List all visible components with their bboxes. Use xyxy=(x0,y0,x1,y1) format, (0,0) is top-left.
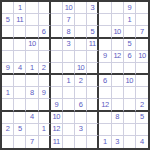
grid-cell-given: 1 xyxy=(99,136,111,148)
grid-cell-empty[interactable] xyxy=(2,136,14,148)
grid-cell-given: 10 xyxy=(63,2,75,14)
grid-cell-empty[interactable] xyxy=(75,87,87,99)
grid-cell-given: 1 xyxy=(124,14,136,26)
grid-cell-given: 3 xyxy=(63,39,75,51)
grid-cell-empty[interactable] xyxy=(87,75,99,87)
grid-cell-empty[interactable] xyxy=(124,112,136,124)
grid-cell-empty[interactable] xyxy=(124,99,136,111)
grid-cell-given: 1 xyxy=(14,2,26,14)
grid-cell-given: 2 xyxy=(2,124,14,136)
grid-cell-empty[interactable] xyxy=(2,99,14,111)
grid-cell-given: 10 xyxy=(112,26,124,38)
grid-cell-given: 10 xyxy=(75,63,87,75)
grid-cell-empty[interactable] xyxy=(112,75,124,87)
grid-cell-empty[interactable] xyxy=(51,26,63,38)
grid-cell-empty[interactable] xyxy=(87,63,99,75)
grid-cell-empty[interactable] xyxy=(26,2,38,14)
grid-cell-given: 7 xyxy=(63,14,75,26)
grid-cell-empty[interactable] xyxy=(124,124,136,136)
grid-cell-empty[interactable] xyxy=(75,39,87,51)
grid-cell-empty[interactable] xyxy=(136,124,148,136)
grid-cell-empty[interactable] xyxy=(2,51,14,63)
grid-cell-empty[interactable] xyxy=(136,63,148,75)
grid-cell-empty[interactable] xyxy=(75,112,87,124)
grid-cell-given: 2 xyxy=(39,63,51,75)
grid-cell-empty[interactable] xyxy=(39,136,51,148)
grid-cell-empty[interactable] xyxy=(14,87,26,99)
grid-cell-empty[interactable] xyxy=(112,124,124,136)
grid-cell-given: 1 xyxy=(2,87,14,99)
grid-cell-empty[interactable] xyxy=(39,75,51,87)
grid-cell-empty[interactable] xyxy=(51,14,63,26)
grid-cell-given: 8 xyxy=(112,112,124,124)
grid-cell-empty[interactable] xyxy=(39,112,51,124)
grid-cell-empty[interactable] xyxy=(63,124,75,136)
grid-cell-given: 9 xyxy=(51,99,63,111)
grid-cell-empty[interactable] xyxy=(2,112,14,124)
grid-cell-empty[interactable] xyxy=(124,26,136,38)
grid-cell-empty[interactable] xyxy=(75,51,87,63)
grid-cell-empty[interactable] xyxy=(39,39,51,51)
grid-cell-empty[interactable] xyxy=(63,112,75,124)
grid-cell-empty[interactable] xyxy=(136,39,148,51)
grid-cell-empty[interactable] xyxy=(2,26,14,38)
grid-cell-given: 4 xyxy=(26,112,38,124)
grid-cell-empty[interactable] xyxy=(63,63,75,75)
grid-cell-given: 8 xyxy=(63,26,75,38)
grid-cell-empty[interactable] xyxy=(14,112,26,124)
grid-cell-given: 11 xyxy=(51,136,63,148)
grid-cell-empty[interactable] xyxy=(39,51,51,63)
grid-cell-empty[interactable] xyxy=(99,2,111,14)
grid-cell-given: 5 xyxy=(136,112,148,124)
grid-cell-empty[interactable] xyxy=(51,51,63,63)
grid-cell-given: 1 xyxy=(63,75,75,87)
grid-cell-empty[interactable] xyxy=(63,99,75,111)
grid-cell-empty[interactable] xyxy=(26,26,38,38)
grid-cell-given: 5 xyxy=(87,26,99,38)
grid-cell-empty[interactable] xyxy=(51,39,63,51)
grid-cell-empty[interactable] xyxy=(26,14,38,26)
grid-cell-given: 9 xyxy=(2,63,14,75)
grid-cell-empty[interactable] xyxy=(87,99,99,111)
grid-cell-empty[interactable] xyxy=(39,14,51,26)
grid-cell-empty[interactable] xyxy=(99,112,111,124)
grid-cell-empty[interactable] xyxy=(26,51,38,63)
grid-cell-empty[interactable] xyxy=(112,39,124,51)
grid-cell-empty[interactable] xyxy=(136,87,148,99)
grid-cell-empty[interactable] xyxy=(26,99,38,111)
grid-cell-empty[interactable] xyxy=(136,75,148,87)
grid-cell-empty[interactable] xyxy=(63,136,75,148)
grid-cell-given: 5 xyxy=(14,124,26,136)
grid-cell-given: 10 xyxy=(136,51,148,63)
grid-cell-empty[interactable] xyxy=(14,39,26,51)
grid-cell-empty[interactable] xyxy=(2,75,14,87)
grid-cell-given: 3 xyxy=(75,124,87,136)
grid-cell-given: 3 xyxy=(112,136,124,148)
grid-cell-empty[interactable] xyxy=(112,14,124,26)
grid-cell-empty[interactable] xyxy=(14,26,26,38)
grid-cell-empty[interactable] xyxy=(75,26,87,38)
grid-cell-given: 8 xyxy=(26,87,38,99)
grid-cell-empty[interactable] xyxy=(2,39,14,51)
grid-cell-empty[interactable] xyxy=(75,136,87,148)
grid-cell-empty[interactable] xyxy=(112,99,124,111)
grid-cell-given: 6 xyxy=(124,51,136,63)
grid-cell-empty[interactable] xyxy=(124,136,136,148)
grid-cell-empty[interactable] xyxy=(124,87,136,99)
grid-cell-given: 1 xyxy=(39,124,51,136)
grid-cell-given: 12 xyxy=(112,51,124,63)
grid-cell-empty[interactable] xyxy=(14,75,26,87)
grid-cell-empty[interactable] xyxy=(87,14,99,26)
grid-cell-given: 9 xyxy=(99,51,111,63)
grid-cell-empty[interactable] xyxy=(99,63,111,75)
grid-cell-given: 6 xyxy=(75,99,87,111)
sudoku-board: 1103951171685107103115912610941210126101… xyxy=(0,0,150,150)
grid-cell-empty[interactable] xyxy=(51,2,63,14)
grid-cell-given: 1 xyxy=(26,63,38,75)
grid-cell-given: 10 xyxy=(51,112,63,124)
grid-cell-empty[interactable] xyxy=(51,75,63,87)
grid-cell-empty[interactable] xyxy=(112,2,124,14)
grid-cell-empty[interactable] xyxy=(87,112,99,124)
grid-cell-empty[interactable] xyxy=(87,124,99,136)
grid-cell-given: 4 xyxy=(14,63,26,75)
grid-cell-given: 10 xyxy=(124,75,136,87)
grid-cell-given: 9 xyxy=(39,87,51,99)
grid-cell-given: 6 xyxy=(39,26,51,38)
grid-cell-given: 9 xyxy=(124,2,136,14)
grid-cell-empty[interactable] xyxy=(14,136,26,148)
grid-cell-empty[interactable] xyxy=(14,51,26,63)
grid-cell-given: 2 xyxy=(136,99,148,111)
grid-cell-empty[interactable] xyxy=(124,63,136,75)
grid-cell-empty[interactable] xyxy=(99,124,111,136)
grid-cell-empty[interactable] xyxy=(63,87,75,99)
grid-cell-given: 4 xyxy=(136,136,148,148)
grid-cell-empty[interactable] xyxy=(87,51,99,63)
grid-cell-empty[interactable] xyxy=(63,51,75,63)
grid-cell-empty[interactable] xyxy=(2,2,14,14)
grid-cell-empty[interactable] xyxy=(51,63,63,75)
grid-cell-empty[interactable] xyxy=(112,63,124,75)
grid-cell-empty[interactable] xyxy=(75,2,87,14)
grid-cell-given: 2 xyxy=(75,75,87,87)
grid-cell-empty[interactable] xyxy=(99,87,111,99)
grid-cell-empty[interactable] xyxy=(112,87,124,99)
grid-cell-given: 12 xyxy=(99,99,111,111)
grid-cell-empty[interactable] xyxy=(99,39,111,51)
grid-cell-empty[interactable] xyxy=(136,14,148,26)
grid-cell-empty[interactable] xyxy=(51,87,63,99)
grid-cell-empty[interactable] xyxy=(14,99,26,111)
grid-cell-empty[interactable] xyxy=(99,26,111,38)
grid-cell-empty[interactable] xyxy=(39,2,51,14)
grid-cell-empty[interactable] xyxy=(136,2,148,14)
grid-cell-given: 11 xyxy=(87,39,99,51)
grid-cell-given: 7 xyxy=(136,26,148,38)
grid-cell-given: 12 xyxy=(51,124,63,136)
grid-cell-given: 5 xyxy=(124,39,136,51)
grid-cell-empty[interactable] xyxy=(87,136,99,148)
grid-cell-empty[interactable] xyxy=(75,14,87,26)
grid-cell-given: 3 xyxy=(87,2,99,14)
grid-cell-given: 6 xyxy=(99,75,111,87)
grid-cell-empty[interactable] xyxy=(26,124,38,136)
grid-cell-given: 10 xyxy=(26,39,38,51)
grid-cell-given: 7 xyxy=(26,136,38,148)
grid-cell-given: 11 xyxy=(14,14,26,26)
grid-cell-empty[interactable] xyxy=(26,75,38,87)
grid-cell-empty[interactable] xyxy=(87,87,99,99)
grid-cell-empty[interactable] xyxy=(99,14,111,26)
grid-cell-empty[interactable] xyxy=(39,99,51,111)
grid-cell-given: 5 xyxy=(2,14,14,26)
